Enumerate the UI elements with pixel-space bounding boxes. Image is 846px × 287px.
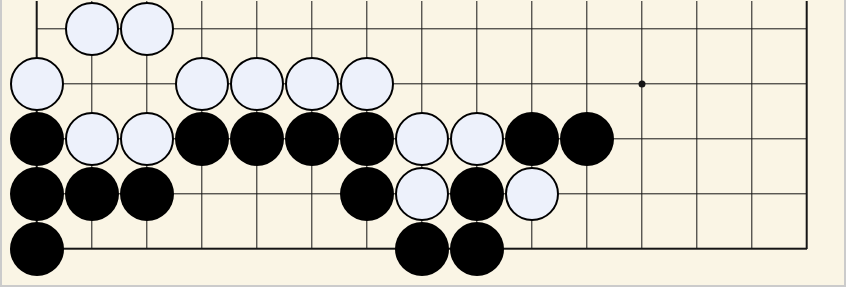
grid-line-vertical — [146, 56, 147, 111]
intersection-c8-r0[interactable] — [449, 1, 504, 56]
intersection-c3-r3[interactable] — [174, 166, 229, 221]
grid-line-vertical — [146, 221, 147, 249]
grid-line-vertical — [366, 1, 367, 56]
white-stone — [285, 57, 339, 111]
intersection-c8-r1[interactable] — [449, 56, 504, 111]
intersection-c11-r3[interactable] — [614, 166, 669, 221]
intersection-c13-r3[interactable] — [724, 166, 779, 221]
grid-line-vertical — [256, 221, 257, 249]
intersection-c10-r3[interactable] — [559, 166, 614, 221]
intersection-c12-r0[interactable] — [669, 1, 724, 56]
white-stone — [10, 57, 64, 111]
grid-line-vertical — [696, 221, 697, 249]
intersection-c5-r2[interactable] — [284, 111, 339, 166]
intersection-c8-r2[interactable] — [449, 111, 504, 166]
intersection-c3-r4[interactable] — [174, 221, 229, 276]
black-stone — [230, 112, 284, 166]
grid-line-vertical — [751, 221, 752, 249]
intersection-c6-r1[interactable] — [339, 56, 394, 111]
intersection-c14-r3[interactable] — [779, 166, 834, 221]
intersection-c13-r2[interactable] — [724, 111, 779, 166]
intersection-c14-r2[interactable] — [779, 111, 834, 166]
intersection-c9-r1[interactable] — [504, 56, 559, 111]
intersection-c11-r1[interactable] — [614, 56, 669, 111]
intersection-c9-r0[interactable] — [504, 1, 559, 56]
grid-line-vertical — [586, 166, 587, 221]
intersection-c14-r0[interactable] — [779, 1, 834, 56]
intersection-c4-r1[interactable] — [229, 56, 284, 111]
white-stone — [395, 167, 449, 221]
white-stone — [120, 2, 174, 56]
intersection-c7-r4[interactable] — [394, 221, 449, 276]
grid-line-vertical — [805, 166, 808, 221]
grid-line-vertical — [476, 1, 477, 56]
intersection-c10-r2[interactable] — [559, 111, 614, 166]
intersection-c0-r3[interactable] — [9, 166, 64, 221]
intersection-c5-r0[interactable] — [284, 1, 339, 56]
grid-line-vertical — [91, 221, 92, 249]
intersection-c6-r3[interactable] — [339, 166, 394, 221]
intersection-c2-r1[interactable] — [119, 56, 174, 111]
intersection-c1-r1[interactable] — [64, 56, 119, 111]
intersection-c2-r4[interactable] — [119, 221, 174, 276]
grid-line-vertical — [35, 1, 38, 56]
intersection-c5-r4[interactable] — [284, 221, 339, 276]
intersection-c6-r0[interactable] — [339, 1, 394, 56]
intersection-c2-r2[interactable] — [119, 111, 174, 166]
grid-line-vertical — [531, 221, 532, 249]
black-stone — [10, 222, 64, 276]
white-stone — [175, 57, 229, 111]
intersection-c1-r4[interactable] — [64, 221, 119, 276]
grid-line-vertical — [421, 1, 422, 56]
intersection-c0-r1[interactable] — [9, 56, 64, 111]
black-stone — [120, 167, 174, 221]
intersection-c10-r0[interactable] — [559, 1, 614, 56]
go-board — [9, 1, 834, 276]
grid-line-vertical — [641, 166, 642, 221]
black-stone — [340, 112, 394, 166]
grid-line-vertical — [696, 166, 697, 221]
white-stone — [230, 57, 284, 111]
intersection-c11-r4[interactable] — [614, 221, 669, 276]
intersection-c0-r0[interactable] — [9, 1, 64, 56]
white-stone — [65, 2, 119, 56]
grid-line-vertical — [805, 56, 808, 111]
intersection-c0-r2[interactable] — [9, 111, 64, 166]
grid-line-vertical — [751, 1, 752, 56]
black-stone — [10, 112, 64, 166]
black-stone — [450, 222, 504, 276]
grid-line-vertical — [751, 56, 752, 111]
grid-line-horizontal — [37, 28, 65, 29]
black-stone — [10, 167, 64, 221]
black-stone — [65, 167, 119, 221]
intersection-c8-r4[interactable] — [449, 221, 504, 276]
grid-line-horizontal — [779, 28, 807, 29]
grid-line-vertical — [476, 56, 477, 111]
intersection-c12-r3[interactable] — [669, 166, 724, 221]
intersection-c12-r4[interactable] — [669, 221, 724, 276]
intersection-c6-r2[interactable] — [339, 111, 394, 166]
intersection-c10-r1[interactable] — [559, 56, 614, 111]
black-stone — [340, 167, 394, 221]
intersection-c4-r3[interactable] — [229, 166, 284, 221]
intersection-c13-r4[interactable] — [724, 221, 779, 276]
intersection-c0-r4[interactable] — [9, 221, 64, 276]
intersection-c3-r1[interactable] — [174, 56, 229, 111]
intersection-c2-r0[interactable] — [119, 1, 174, 56]
intersection-c7-r2[interactable] — [394, 111, 449, 166]
intersection-c5-r3[interactable] — [284, 166, 339, 221]
black-stone — [395, 222, 449, 276]
grid-line-vertical — [696, 111, 697, 166]
grid-line-vertical — [641, 111, 642, 166]
white-stone — [450, 112, 504, 166]
intersection-c4-r0[interactable] — [229, 1, 284, 56]
grid-line-vertical — [751, 111, 752, 166]
grid-line-vertical — [311, 1, 312, 56]
star-point — [638, 80, 645, 87]
grid-line-horizontal — [779, 83, 807, 84]
grid-line-vertical — [531, 1, 532, 56]
grid-line-vertical — [805, 1, 808, 56]
white-stone — [120, 112, 174, 166]
black-stone — [450, 167, 504, 221]
grid-line-vertical — [805, 221, 808, 249]
grid-line-vertical — [751, 166, 752, 221]
grid-line-vertical — [586, 56, 587, 111]
grid-line-vertical — [696, 1, 697, 56]
grid-line-vertical — [696, 56, 697, 111]
intersection-c7-r0[interactable] — [394, 1, 449, 56]
intersection-c12-r1[interactable] — [669, 56, 724, 111]
grid-line-vertical — [201, 166, 202, 221]
white-stone — [395, 112, 449, 166]
intersection-c7-r1[interactable] — [394, 56, 449, 111]
black-stone — [505, 112, 559, 166]
intersection-c9-r2[interactable] — [504, 111, 559, 166]
intersection-c11-r2[interactable] — [614, 111, 669, 166]
intersection-c13-r1[interactable] — [724, 56, 779, 111]
grid-line-vertical — [311, 166, 312, 221]
intersection-c6-r4[interactable] — [339, 221, 394, 276]
intersection-c8-r3[interactable] — [449, 166, 504, 221]
intersection-c3-r0[interactable] — [174, 1, 229, 56]
grid-line-vertical — [201, 221, 202, 249]
black-stone — [175, 112, 229, 166]
go-board-screenshot — [0, 0, 846, 287]
grid-line-horizontal — [779, 247, 807, 250]
white-stone — [65, 112, 119, 166]
intersection-c9-r3[interactable] — [504, 166, 559, 221]
intersection-c12-r2[interactable] — [669, 111, 724, 166]
intersection-c3-r2[interactable] — [174, 111, 229, 166]
intersection-c1-r0[interactable] — [64, 1, 119, 56]
grid-line-vertical — [311, 221, 312, 249]
grid-line-vertical — [586, 221, 587, 249]
grid-line-vertical — [805, 111, 808, 166]
intersection-c4-r4[interactable] — [229, 221, 284, 276]
grid-line-vertical — [531, 56, 532, 111]
grid-line-vertical — [201, 1, 202, 56]
grid-line-vertical — [256, 1, 257, 56]
grid-line-vertical — [586, 1, 587, 56]
grid-line-vertical — [641, 1, 642, 56]
intersection-c14-r4[interactable] — [779, 221, 834, 276]
black-stone — [560, 112, 614, 166]
intersection-c1-r2[interactable] — [64, 111, 119, 166]
grid-line-vertical — [91, 56, 92, 111]
grid-line-horizontal — [779, 193, 807, 194]
grid-line-horizontal — [779, 138, 807, 139]
intersection-c9-r4[interactable] — [504, 221, 559, 276]
white-stone — [340, 57, 394, 111]
intersection-c1-r3[interactable] — [64, 166, 119, 221]
intersection-c11-r0[interactable] — [614, 1, 669, 56]
grid-line-vertical — [366, 221, 367, 249]
intersection-c13-r0[interactable] — [724, 1, 779, 56]
grid-line-vertical — [641, 221, 642, 249]
grid-line-vertical — [421, 56, 422, 111]
intersection-c4-r2[interactable] — [229, 111, 284, 166]
intersection-c2-r3[interactable] — [119, 166, 174, 221]
grid-line-vertical — [256, 166, 257, 221]
intersection-c7-r3[interactable] — [394, 166, 449, 221]
black-stone — [285, 112, 339, 166]
white-stone — [505, 167, 559, 221]
intersection-c5-r1[interactable] — [284, 56, 339, 111]
intersection-c14-r1[interactable] — [779, 56, 834, 111]
intersection-c10-r4[interactable] — [559, 221, 614, 276]
